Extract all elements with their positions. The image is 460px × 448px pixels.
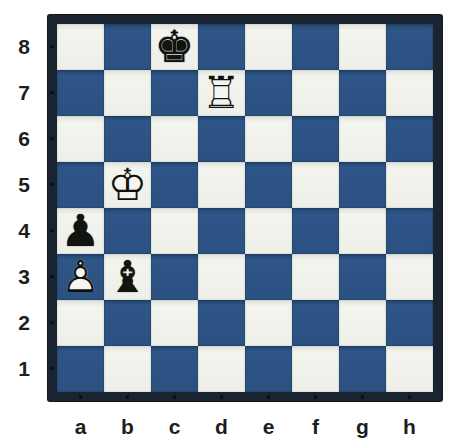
square-e5[interactable] <box>245 162 292 208</box>
square-g2[interactable] <box>339 300 386 346</box>
rank-label-6: 6 <box>0 116 48 162</box>
square-f4[interactable] <box>292 208 339 254</box>
square-f2[interactable] <box>292 300 339 346</box>
square-c7[interactable] <box>151 70 198 116</box>
square-d4[interactable] <box>198 208 245 254</box>
square-c1[interactable] <box>151 346 198 392</box>
rank-label-3: 3 <box>0 254 48 300</box>
square-d5[interactable] <box>198 162 245 208</box>
border-tick <box>79 395 82 399</box>
square-b3[interactable]: ♝ <box>104 254 151 300</box>
square-h4[interactable] <box>386 208 433 254</box>
square-b8[interactable] <box>104 24 151 70</box>
square-d7[interactable]: ♜♖ <box>198 70 245 116</box>
square-e8[interactable] <box>245 24 292 70</box>
square-b7[interactable] <box>104 70 151 116</box>
square-d6[interactable] <box>198 116 245 162</box>
white-pawn-a3: ♙ <box>57 254 104 300</box>
square-b1[interactable] <box>104 346 151 392</box>
square-b2[interactable] <box>104 300 151 346</box>
square-h8[interactable] <box>386 24 433 70</box>
square-d3[interactable] <box>198 254 245 300</box>
square-e3[interactable] <box>245 254 292 300</box>
file-label-f: f <box>292 401 339 447</box>
square-e2[interactable] <box>245 300 292 346</box>
square-f5[interactable] <box>292 162 339 208</box>
square-g3[interactable] <box>339 254 386 300</box>
square-g4[interactable] <box>339 208 386 254</box>
square-f8[interactable] <box>292 24 339 70</box>
square-e6[interactable] <box>245 116 292 162</box>
file-label-h: h <box>386 401 433 447</box>
file-label-d: d <box>198 401 245 447</box>
border-tick <box>267 395 270 399</box>
square-b4[interactable] <box>104 208 151 254</box>
square-f3[interactable] <box>292 254 339 300</box>
border-tick <box>50 275 54 278</box>
black-king-c8: ♚ <box>151 24 198 70</box>
square-g6[interactable] <box>339 116 386 162</box>
square-c2[interactable] <box>151 300 198 346</box>
square-c3[interactable] <box>151 254 198 300</box>
square-b5[interactable]: ♚♔ <box>104 162 151 208</box>
square-h7[interactable] <box>386 70 433 116</box>
square-g8[interactable] <box>339 24 386 70</box>
square-h1[interactable] <box>386 346 433 392</box>
file-label-b: b <box>104 401 151 447</box>
rank-label-5: 5 <box>0 162 48 208</box>
file-label-e: e <box>245 401 292 447</box>
white-king-b5: ♔ <box>104 162 151 208</box>
square-c8[interactable]: ♚ <box>151 24 198 70</box>
square-c6[interactable] <box>151 116 198 162</box>
square-f6[interactable] <box>292 116 339 162</box>
square-e1[interactable] <box>245 346 292 392</box>
border-tick <box>361 395 364 399</box>
square-f1[interactable] <box>292 346 339 392</box>
square-a2[interactable] <box>57 300 104 346</box>
border-tick <box>50 183 54 186</box>
rank-label-8: 8 <box>0 24 48 70</box>
square-f7[interactable] <box>292 70 339 116</box>
square-d8[interactable] <box>198 24 245 70</box>
file-label-a: a <box>57 401 104 447</box>
square-b6[interactable] <box>104 116 151 162</box>
file-labels: abcdefgh <box>57 401 433 447</box>
white-pawn-fill: ♟ <box>57 254 104 300</box>
border-tick <box>50 229 54 232</box>
square-a6[interactable] <box>57 116 104 162</box>
border-tick <box>50 137 54 140</box>
rank-label-1: 1 <box>0 346 48 392</box>
border-tick <box>314 395 317 399</box>
square-c4[interactable] <box>151 208 198 254</box>
border-tick <box>408 395 411 399</box>
black-pawn-a4: ♟ <box>57 208 104 254</box>
square-h6[interactable] <box>386 116 433 162</box>
square-a8[interactable] <box>57 24 104 70</box>
square-d2[interactable] <box>198 300 245 346</box>
chess-board: ♚♜♖♚♔♟♟♙♝ <box>48 15 442 401</box>
rank-label-7: 7 <box>0 70 48 116</box>
square-g7[interactable] <box>339 70 386 116</box>
square-h2[interactable] <box>386 300 433 346</box>
white-king-fill: ♚ <box>104 162 151 208</box>
border-tick <box>50 321 54 324</box>
square-a4[interactable]: ♟ <box>57 208 104 254</box>
board-grid: ♚♜♖♚♔♟♟♙♝ <box>57 24 433 392</box>
square-a3[interactable]: ♟♙ <box>57 254 104 300</box>
border-tick <box>50 367 54 370</box>
square-d1[interactable] <box>198 346 245 392</box>
border-tick <box>126 395 129 399</box>
border-tick <box>50 91 54 94</box>
border-tick <box>220 395 223 399</box>
square-g5[interactable] <box>339 162 386 208</box>
square-h5[interactable] <box>386 162 433 208</box>
square-a1[interactable] <box>57 346 104 392</box>
square-c5[interactable] <box>151 162 198 208</box>
square-h3[interactable] <box>386 254 433 300</box>
square-a7[interactable] <box>57 70 104 116</box>
white-rook-fill: ♜ <box>198 70 245 116</box>
rank-labels: 87654321 <box>0 24 48 392</box>
black-bishop-b3: ♝ <box>104 254 151 300</box>
file-label-g: g <box>339 401 386 447</box>
rank-label-4: 4 <box>0 208 48 254</box>
square-e4[interactable] <box>245 208 292 254</box>
border-tick <box>50 45 54 48</box>
square-g1[interactable] <box>339 346 386 392</box>
rank-label-2: 2 <box>0 300 48 346</box>
chess-diagram: 87654321 ♚♜♖♚♔♟♟♙♝ abcdefgh <box>0 0 460 448</box>
square-e7[interactable] <box>245 70 292 116</box>
file-label-c: c <box>151 401 198 447</box>
border-tick <box>173 395 176 399</box>
square-a5[interactable] <box>57 162 104 208</box>
white-rook-d7: ♖ <box>198 70 245 116</box>
